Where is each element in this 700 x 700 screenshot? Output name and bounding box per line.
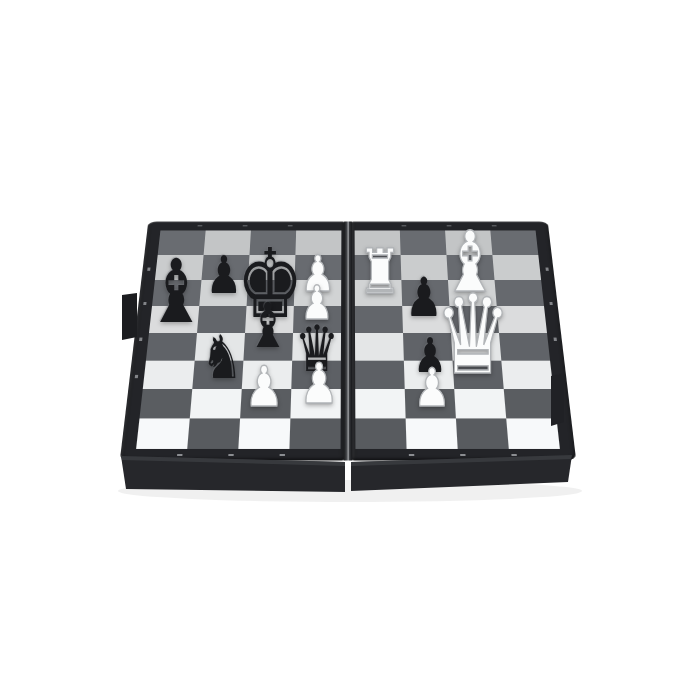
white-rook-glyph: ♜ (358, 244, 401, 300)
chess-piece-white-pawn[interactable]: ♟ (408, 364, 456, 412)
board-square[interactable] (355, 333, 404, 361)
chess-piece-black-bishop[interactable]: ♝ (137, 252, 216, 331)
board-front-face-left (121, 456, 345, 492)
coordinate-marks-top-left (180, 225, 330, 227)
product-photo-scene: Product photo of an open folding magneti… (0, 0, 700, 700)
black-knight-glyph: ♞ (201, 330, 243, 384)
black-bishop-glyph: ♝ (246, 298, 289, 354)
board-square[interactable] (187, 418, 240, 448)
board-square[interactable] (136, 418, 190, 448)
board-square[interactable] (139, 389, 192, 418)
board-square[interactable] (289, 418, 340, 448)
board-square[interactable] (355, 306, 403, 333)
coordinate-marks-bottom-left (157, 454, 328, 456)
board-square[interactable] (190, 389, 242, 418)
board-square[interactable] (406, 418, 458, 448)
white-pawn-glyph: ♟ (244, 362, 283, 412)
white-pawn-glyph: ♟ (299, 359, 338, 409)
board-square[interactable] (355, 418, 406, 448)
chess-piece-white-pawn[interactable]: ♟ (239, 362, 289, 412)
chess-piece-white-pawn[interactable]: ♟ (294, 359, 344, 409)
board-square[interactable] (355, 361, 405, 389)
white-pawn-glyph: ♟ (413, 364, 450, 412)
board-square[interactable] (506, 418, 560, 448)
board-square[interactable] (456, 418, 509, 448)
board-square[interactable] (355, 389, 405, 418)
board-square[interactable] (143, 361, 195, 389)
black-bishop-glyph: ♝ (145, 252, 207, 331)
board-square[interactable] (238, 418, 290, 448)
scene-caption: Product photo of an open folding magneti… (0, 0, 1, 1)
ground-shadow (118, 480, 582, 502)
coordinate-marks-bottom-right (389, 454, 560, 456)
board-square[interactable] (504, 389, 557, 418)
